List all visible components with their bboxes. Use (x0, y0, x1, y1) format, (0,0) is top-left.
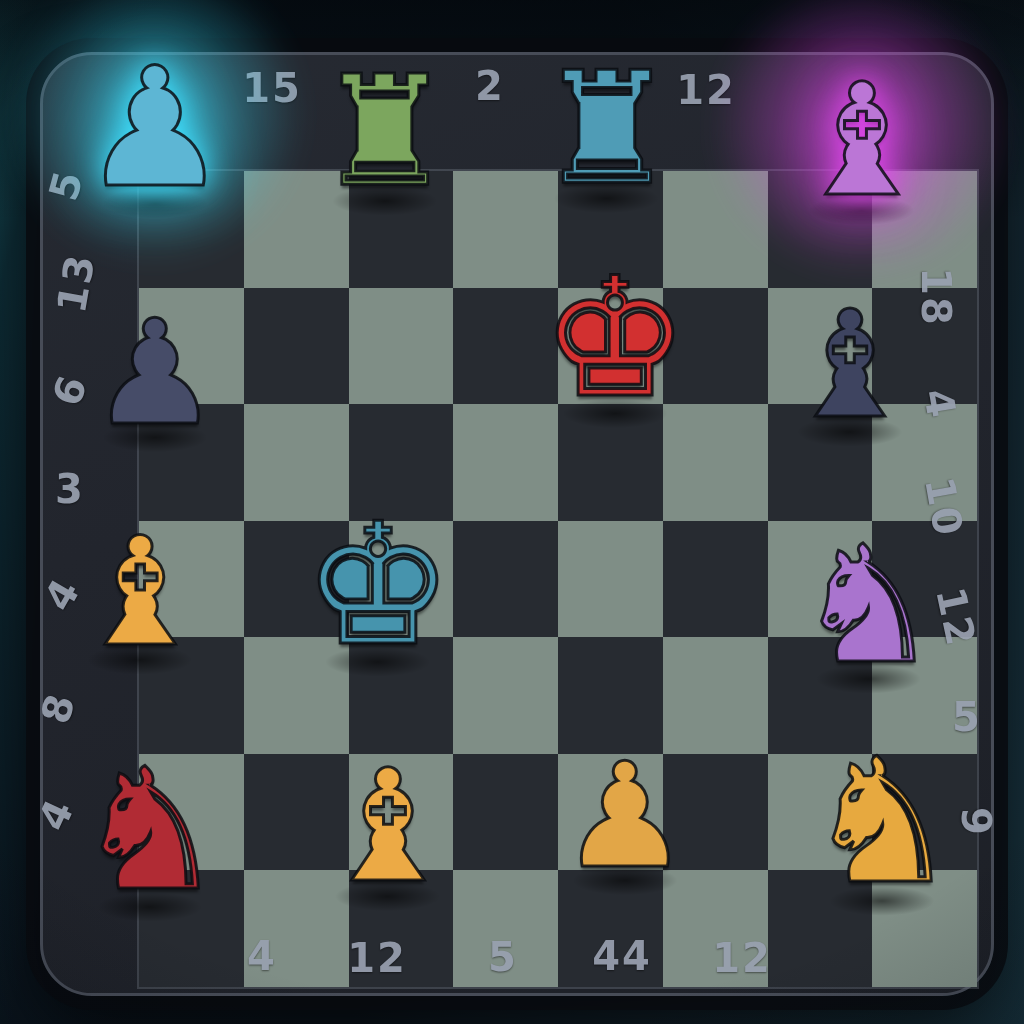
board-square[interactable] (558, 521, 663, 638)
board-square[interactable] (453, 637, 558, 754)
piece-purple-knight[interactable]: ♞ (795, 524, 940, 686)
top-edge-label: 2 (475, 63, 505, 109)
bottom-edge-label: 44 (592, 933, 652, 979)
piece-teal-rook[interactable]: ♜ (538, 51, 677, 206)
green-rook-glyph: ♜ (317, 56, 453, 208)
right-edge-label: 18 (913, 267, 959, 327)
gold-knight-glyph: ♞ (805, 736, 959, 908)
piece-cyan-enchanted-pawn[interactable]: ♟ (81, 46, 229, 211)
piece-gold-pawn[interactable]: ♟ (560, 743, 690, 888)
piece-navy-horned-pawn[interactable]: ♟ (90, 300, 220, 445)
board-square[interactable] (453, 754, 558, 871)
board-square[interactable] (349, 288, 454, 405)
cyan-enchanted-pawn-glyph: ♟ (81, 46, 229, 211)
piece-red-king[interactable]: ♚ (541, 256, 689, 421)
bottom-edge-label: 12 (347, 935, 407, 981)
piece-gold-bishop-bottom[interactable]: ♝ (319, 749, 458, 904)
piece-green-rook[interactable]: ♜ (317, 56, 453, 208)
right-edge-label: 9 (953, 807, 999, 837)
red-knight-glyph: ♞ (75, 746, 226, 914)
piece-teal-star-king[interactable]: ♚ (303, 501, 454, 669)
navy-bishop-glyph: ♝ (784, 291, 917, 439)
piece-navy-bishop[interactable]: ♝ (784, 291, 917, 439)
bottom-edge-label: 12 (712, 935, 772, 981)
navy-horned-pawn-glyph: ♟ (90, 300, 220, 445)
board-square[interactable] (663, 521, 768, 638)
piece-purple-enchanted-bishop[interactable]: ♝ (793, 63, 932, 218)
gold-pawn-glyph: ♟ (560, 743, 690, 888)
red-king-glyph: ♚ (541, 256, 689, 421)
purple-enchanted-bishop-glyph: ♝ (793, 63, 932, 218)
piece-gold-knight[interactable]: ♞ (805, 736, 959, 908)
teal-star-king-glyph: ♚ (303, 501, 454, 669)
gold-bishop-left-glyph: ♝ (73, 517, 207, 667)
gold-bishop-bottom-glyph: ♝ (319, 749, 458, 904)
bottom-edge-label: 4 (247, 933, 277, 979)
board-square[interactable] (453, 521, 558, 638)
piece-gold-bishop-left[interactable]: ♝ (73, 517, 207, 667)
board-square[interactable] (244, 288, 349, 405)
bottom-edge-label: 5 (488, 934, 518, 980)
piece-red-knight[interactable]: ♞ (75, 746, 226, 914)
purple-knight-glyph: ♞ (795, 524, 940, 686)
teal-rook-glyph: ♜ (538, 51, 677, 206)
